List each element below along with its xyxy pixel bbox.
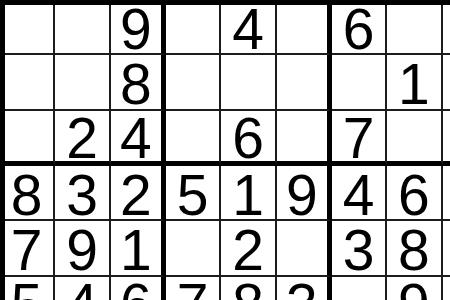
cell-r2c2[interactable] [55,55,110,110]
board-border-top [0,0,450,5]
cell-r2c9[interactable] [443,55,450,110]
cell-r4c7[interactable]: 4 [332,166,387,221]
cell-r1c5[interactable]: 4 [221,0,276,55]
cell-r2c7[interactable] [332,55,387,110]
cell-r4c8[interactable]: 6 [387,166,442,221]
cell-r4c2[interactable]: 3 [55,166,110,221]
cell-r6c9[interactable] [443,277,450,300]
cell-r6c2[interactable]: 4 [55,277,110,300]
cell-r1c6[interactable] [277,0,332,55]
cell-r6c3[interactable]: 6 [111,277,166,300]
cell-r1c7[interactable]: 6 [332,0,387,55]
cell-r5c6[interactable] [277,221,332,276]
cell-r2c6[interactable] [277,55,332,110]
cell-r2c4[interactable] [166,55,221,110]
cell-r6c8[interactable]: 9 [387,277,442,300]
cell-r6c6[interactable]: 3 [277,277,332,300]
sudoku-grid: 946812467832519467912385467839 [0,0,450,300]
cell-r6c4[interactable]: 7 [166,277,221,300]
cell-r3c1[interactable] [0,111,55,166]
cell-r5c8[interactable]: 8 [387,221,442,276]
cell-r5c3[interactable]: 1 [111,221,166,276]
cell-r4c5[interactable]: 1 [221,166,276,221]
cell-r4c3[interactable]: 2 [111,166,166,221]
cell-r5c4[interactable] [166,221,221,276]
cell-r2c5[interactable] [221,55,276,110]
cell-r6c5[interactable]: 8 [221,277,276,300]
cell-r1c1[interactable] [0,0,55,55]
cell-r3c8[interactable] [387,111,442,166]
cell-r4c4[interactable]: 5 [166,166,221,221]
cell-r3c2[interactable]: 2 [55,111,110,166]
sudoku-puzzle: 946812467832519467912385467839 [0,0,450,300]
cell-r6c7[interactable] [332,277,387,300]
board-border-left [0,0,5,300]
cell-r3c7[interactable]: 7 [332,111,387,166]
cell-r1c2[interactable] [55,0,110,55]
cell-r4c1[interactable]: 8 [0,166,55,221]
cell-r6c1[interactable]: 5 [0,277,55,300]
cell-r2c8[interactable]: 1 [387,55,442,110]
cell-r3c9[interactable] [443,111,450,166]
cell-r3c3[interactable]: 4 [111,111,166,166]
cell-r2c1[interactable] [0,55,55,110]
cell-r5c7[interactable]: 3 [332,221,387,276]
cell-r4c6[interactable]: 9 [277,166,332,221]
cell-r1c3[interactable]: 9 [111,0,166,55]
cell-r2c3[interactable]: 8 [111,55,166,110]
cell-r1c8[interactable] [387,0,442,55]
cell-r5c2[interactable]: 9 [55,221,110,276]
cell-r1c9[interactable] [443,0,450,55]
cell-r3c5[interactable]: 6 [221,111,276,166]
cell-r3c4[interactable] [166,111,221,166]
cell-r4c9[interactable] [443,166,450,221]
cell-r1c4[interactable] [166,0,221,55]
cell-r5c5[interactable]: 2 [221,221,276,276]
cell-r5c9[interactable] [443,221,450,276]
cell-r5c1[interactable]: 7 [0,221,55,276]
cell-r3c6[interactable] [277,111,332,166]
